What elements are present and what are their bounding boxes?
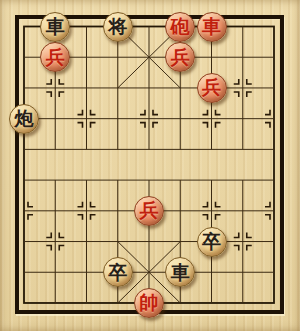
piece-label: 兵 [46, 47, 65, 66]
point-marker [247, 233, 252, 238]
point-marker [59, 92, 64, 97]
point-marker [265, 110, 270, 115]
point-marker [203, 202, 208, 207]
point-marker [203, 215, 208, 220]
piece-label: 将 [108, 17, 127, 36]
point-marker [216, 110, 221, 115]
point-marker [59, 79, 64, 84]
point-marker [247, 92, 252, 97]
piece-black-general[interactable]: 将 [103, 12, 133, 42]
point-marker [91, 202, 96, 207]
piece-black-soldier[interactable]: 卒 [103, 257, 133, 287]
piece-label: 兵 [171, 47, 190, 66]
piece-red-cannon[interactable]: 砲 [165, 12, 195, 42]
point-marker [46, 79, 51, 84]
piece-label: 帥 [140, 293, 159, 312]
piece-red-chariot[interactable]: 車 [197, 12, 227, 42]
point-marker [46, 233, 51, 238]
point-marker [28, 202, 33, 207]
piece-label: 卒 [202, 232, 221, 251]
point-marker [216, 215, 221, 220]
piece-black-soldier[interactable]: 卒 [197, 227, 227, 257]
piece-label: 兵 [140, 201, 159, 220]
piece-label: 車 [171, 262, 190, 281]
point-marker [203, 123, 208, 128]
point-marker [234, 92, 239, 97]
point-marker [78, 202, 83, 207]
point-marker [153, 110, 158, 115]
point-marker [153, 123, 158, 128]
piece-label: 車 [202, 17, 221, 36]
xiangqi-board[interactable]: 車将砲車兵兵兵炮兵卒卒車帥 [0, 0, 300, 331]
point-marker [91, 215, 96, 220]
piece-label: 砲 [171, 17, 190, 36]
point-marker [59, 246, 64, 251]
point-marker [59, 233, 64, 238]
piece-red-general[interactable]: 帥 [134, 288, 164, 318]
point-marker [91, 123, 96, 128]
point-marker [234, 246, 239, 251]
point-marker [78, 123, 83, 128]
point-marker [78, 215, 83, 220]
point-marker [265, 202, 270, 207]
point-marker [216, 123, 221, 128]
point-marker [265, 123, 270, 128]
point-marker [78, 110, 83, 115]
point-marker [91, 110, 96, 115]
piece-label: 卒 [108, 262, 127, 281]
point-marker [140, 110, 145, 115]
point-marker [247, 246, 252, 251]
point-marker [28, 215, 33, 220]
point-marker [265, 215, 270, 220]
piece-black-chariot[interactable]: 車 [40, 12, 70, 42]
point-marker [234, 79, 239, 84]
point-marker [203, 110, 208, 115]
piece-label: 車 [46, 17, 65, 36]
piece-red-soldier[interactable]: 兵 [134, 196, 164, 226]
piece-label: 炮 [15, 109, 34, 128]
point-marker [247, 79, 252, 84]
point-marker [140, 123, 145, 128]
point-marker [216, 202, 221, 207]
piece-red-soldier[interactable]: 兵 [197, 73, 227, 103]
point-marker [234, 233, 239, 238]
piece-black-cannon[interactable]: 炮 [9, 104, 39, 134]
point-marker [46, 92, 51, 97]
point-marker [46, 246, 51, 251]
piece-label: 兵 [202, 78, 221, 97]
